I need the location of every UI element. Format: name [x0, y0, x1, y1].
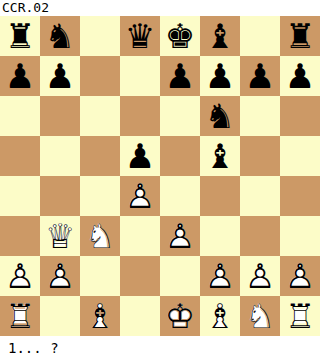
piece-white-queen: ♕ [40, 216, 80, 256]
square-f4[interactable] [200, 176, 240, 216]
piece-black-knight: ♞ [200, 96, 240, 136]
square-c8[interactable] [80, 16, 120, 56]
piece-white-rook: ♖ [280, 296, 320, 336]
piece-black-pawn: ♟ [160, 56, 200, 96]
square-h4[interactable] [280, 176, 320, 216]
square-c1[interactable]: ♝♗ [80, 296, 120, 336]
piece-white-pawn: ♙ [160, 216, 200, 256]
square-g3[interactable] [240, 216, 280, 256]
square-e6[interactable] [160, 96, 200, 136]
square-a8[interactable]: ♜ [0, 16, 40, 56]
piece-white-bishop: ♗ [80, 296, 120, 336]
piece-black-king: ♚ [160, 16, 200, 56]
square-e7[interactable]: ♟ [160, 56, 200, 96]
square-e2[interactable] [160, 256, 200, 296]
square-h1[interactable]: ♜♖ [280, 296, 320, 336]
square-c2[interactable] [80, 256, 120, 296]
square-g5[interactable] [240, 136, 280, 176]
square-a7[interactable]: ♟ [0, 56, 40, 96]
square-h8[interactable]: ♜ [280, 16, 320, 56]
square-b5[interactable] [40, 136, 80, 176]
square-a3[interactable] [0, 216, 40, 256]
square-f1[interactable]: ♝♗ [200, 296, 240, 336]
square-d1[interactable] [120, 296, 160, 336]
square-b6[interactable] [40, 96, 80, 136]
square-h3[interactable] [280, 216, 320, 256]
square-f3[interactable] [200, 216, 240, 256]
puzzle-id: CCR.02 [2, 0, 49, 16]
square-c5[interactable] [80, 136, 120, 176]
square-e1[interactable]: ♚♔ [160, 296, 200, 336]
piece-black-pawn: ♟ [0, 56, 40, 96]
piece-black-bishop: ♝ [200, 136, 240, 176]
square-b3[interactable]: ♛♕ [40, 216, 80, 256]
square-d6[interactable] [120, 96, 160, 136]
square-e5[interactable] [160, 136, 200, 176]
square-e8[interactable]: ♚ [160, 16, 200, 56]
piece-white-knight: ♘ [240, 296, 280, 336]
square-h7[interactable]: ♟ [280, 56, 320, 96]
square-d4[interactable]: ♟♙ [120, 176, 160, 216]
square-h6[interactable] [280, 96, 320, 136]
piece-black-queen: ♛ [120, 16, 160, 56]
square-c6[interactable] [80, 96, 120, 136]
square-e4[interactable] [160, 176, 200, 216]
square-b7[interactable]: ♟ [40, 56, 80, 96]
square-b8[interactable]: ♞ [40, 16, 80, 56]
piece-white-pawn: ♙ [0, 256, 40, 296]
square-a2[interactable]: ♟♙ [0, 256, 40, 296]
square-d7[interactable] [120, 56, 160, 96]
piece-black-rook: ♜ [280, 16, 320, 56]
square-a4[interactable] [0, 176, 40, 216]
move-prompt: 1... ? [8, 340, 59, 356]
square-f6[interactable]: ♞ [200, 96, 240, 136]
square-e3[interactable]: ♟♙ [160, 216, 200, 256]
square-f2[interactable]: ♟♙ [200, 256, 240, 296]
square-h2[interactable]: ♟♙ [280, 256, 320, 296]
piece-white-pawn: ♙ [280, 256, 320, 296]
piece-black-rook: ♜ [0, 16, 40, 56]
piece-white-pawn: ♙ [240, 256, 280, 296]
square-a1[interactable]: ♜♖ [0, 296, 40, 336]
piece-white-bishop: ♗ [200, 296, 240, 336]
square-d5[interactable]: ♟ [120, 136, 160, 176]
square-g1[interactable]: ♞♘ [240, 296, 280, 336]
piece-black-pawn: ♟ [240, 56, 280, 96]
square-d3[interactable] [120, 216, 160, 256]
square-b2[interactable]: ♟♙ [40, 256, 80, 296]
square-f7[interactable]: ♟ [200, 56, 240, 96]
piece-black-pawn: ♟ [200, 56, 240, 96]
square-c4[interactable] [80, 176, 120, 216]
square-f5[interactable]: ♝ [200, 136, 240, 176]
square-c7[interactable] [80, 56, 120, 96]
chess-board: ♜♞♛♚♝♜♟♟♟♟♟♟♞♟♝♟♙♛♕♞♘♟♙♟♙♟♙♟♙♟♙♟♙♜♖♝♗♚♔♝… [0, 16, 320, 336]
square-a6[interactable] [0, 96, 40, 136]
square-g4[interactable] [240, 176, 280, 216]
square-b1[interactable] [40, 296, 80, 336]
square-h5[interactable] [280, 136, 320, 176]
piece-white-king: ♔ [160, 296, 200, 336]
square-g6[interactable] [240, 96, 280, 136]
title-bar: CCR.02 [0, 0, 320, 16]
piece-black-knight: ♞ [40, 16, 80, 56]
piece-black-pawn: ♟ [280, 56, 320, 96]
piece-black-pawn: ♟ [40, 56, 80, 96]
square-g7[interactable]: ♟ [240, 56, 280, 96]
square-d8[interactable]: ♛ [120, 16, 160, 56]
square-f8[interactable]: ♝ [200, 16, 240, 56]
square-c3[interactable]: ♞♘ [80, 216, 120, 256]
piece-white-pawn: ♙ [40, 256, 80, 296]
square-b4[interactable] [40, 176, 80, 216]
piece-white-pawn: ♙ [200, 256, 240, 296]
piece-black-pawn: ♟ [120, 136, 160, 176]
square-g2[interactable]: ♟♙ [240, 256, 280, 296]
piece-black-bishop: ♝ [200, 16, 240, 56]
square-d2[interactable] [120, 256, 160, 296]
piece-white-rook: ♖ [0, 296, 40, 336]
piece-white-knight: ♘ [80, 216, 120, 256]
square-a5[interactable] [0, 136, 40, 176]
status-bar: 1... ? [0, 336, 320, 360]
square-g8[interactable] [240, 16, 280, 56]
piece-white-pawn: ♙ [120, 176, 160, 216]
